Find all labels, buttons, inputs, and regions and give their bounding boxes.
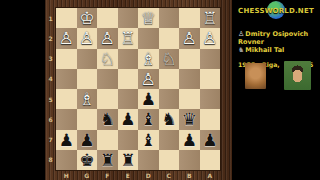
square-b6: ♛ (179, 109, 200, 129)
square-b5 (179, 89, 200, 109)
square-f3: ♘ (97, 49, 118, 69)
white-bishop: ♗ (79, 89, 94, 109)
square-e5 (118, 89, 139, 109)
square-g7: ♟ (77, 130, 98, 150)
rank-label-1: 1 (45, 8, 56, 28)
square-a8 (200, 150, 221, 170)
square-f1 (97, 8, 118, 28)
square-b3 (179, 49, 200, 69)
square-d2 (138, 28, 159, 48)
square-h8 (56, 150, 77, 170)
file-label-a: A (200, 170, 221, 180)
rank-label-4: 4 (45, 69, 56, 89)
site-logo: CHESSWORLD.NET (232, 7, 320, 15)
chess-board: ♔♕♖♙♙♙♖♙♙♘♗♘♙♗♟♞♟♝♞♛♟♟♝♟♟♚♜♜ (56, 8, 220, 170)
white-player-name-line1: Dmitry Osipovich (245, 30, 308, 38)
white-pawn-icon: ♙ (238, 30, 244, 38)
file-label-f: F (97, 170, 118, 180)
rank-label-3: 3 (45, 49, 56, 69)
square-h2: ♙ (56, 28, 77, 48)
square-e8: ♜ (118, 150, 139, 170)
square-c3: ♘ (159, 49, 180, 69)
square-b7: ♟ (179, 130, 200, 150)
rank-label-6: 6 (45, 109, 56, 129)
white-rook: ♖ (202, 8, 217, 28)
file-label-c: C (159, 170, 180, 180)
black-rook: ♜ (100, 150, 115, 170)
player-photos (232, 60, 320, 92)
square-g6 (77, 109, 98, 129)
black-king: ♚ (79, 150, 94, 170)
square-e3 (118, 49, 139, 69)
chess-board-frame: 12345678 ♔♕♖♙♙♙♖♙♙♘♗♘♙♗♟♞♟♝♞♛♟♟♝♟♟♚♜♜ HG… (45, 0, 232, 180)
square-c1 (159, 8, 180, 28)
white-king: ♔ (79, 8, 94, 28)
square-f6: ♞ (97, 109, 118, 129)
square-h4 (56, 69, 77, 89)
square-h6 (56, 109, 77, 129)
white-player-name-line2: Rovner (238, 38, 264, 46)
file-labels: HGFEDCBA (56, 170, 220, 180)
square-g4 (77, 69, 98, 89)
white-knight: ♘ (161, 49, 176, 69)
file-label-e: E (118, 170, 139, 180)
white-pawn: ♙ (182, 28, 197, 48)
square-f8: ♜ (97, 150, 118, 170)
square-b8 (179, 150, 200, 170)
square-d4: ♙ (138, 69, 159, 89)
file-label-b: B (179, 170, 200, 180)
square-d6: ♝ (138, 109, 159, 129)
square-a3 (200, 49, 221, 69)
square-e1 (118, 8, 139, 28)
square-c2 (159, 28, 180, 48)
square-h7: ♟ (56, 130, 77, 150)
white-player-photo (245, 63, 266, 89)
black-pawn: ♟ (79, 130, 94, 150)
white-queen: ♕ (141, 8, 156, 28)
file-label-g: G (77, 170, 98, 180)
square-e7 (118, 130, 139, 150)
square-a6 (200, 109, 221, 129)
black-pawn: ♟ (59, 130, 74, 150)
square-a2: ♙ (200, 28, 221, 48)
square-e2: ♖ (118, 28, 139, 48)
square-c6: ♞ (159, 109, 180, 129)
white-player-row: ♙Dmitry Osipovich (238, 30, 316, 38)
rank-label-8: 8 (45, 150, 56, 170)
black-player-photo (284, 61, 311, 90)
white-pawn: ♙ (79, 28, 94, 48)
black-bishop: ♝ (141, 109, 156, 129)
black-bishop: ♝ (141, 130, 156, 150)
black-player-name: Mikhail Tal (245, 46, 284, 54)
rank-label-5: 5 (45, 89, 56, 109)
square-d7: ♝ (138, 130, 159, 150)
white-pawn: ♙ (202, 28, 217, 48)
white-pawn: ♙ (141, 69, 156, 89)
square-b1 (179, 8, 200, 28)
white-pawn: ♙ (100, 28, 115, 48)
square-a4 (200, 69, 221, 89)
square-a7: ♟ (200, 130, 221, 150)
black-player-row: ♞Mikhail Tal (238, 46, 316, 54)
square-h3 (56, 49, 77, 69)
file-label-d: D (138, 170, 159, 180)
info-panel: CHESSWORLD.NET ♙Dmitry Osipovich Rovner … (232, 0, 320, 180)
square-d3: ♗ (138, 49, 159, 69)
rank-label-2: 2 (45, 28, 56, 48)
square-e6: ♟ (118, 109, 139, 129)
file-label-h: H (56, 170, 77, 180)
square-f2: ♙ (97, 28, 118, 48)
square-c4 (159, 69, 180, 89)
black-rook: ♜ (120, 150, 135, 170)
square-a5 (200, 89, 221, 109)
square-g1: ♔ (77, 8, 98, 28)
video-frame: 12345678 ♔♕♖♙♙♙♖♙♙♘♗♘♙♗♟♞♟♝♞♛♟♟♝♟♟♚♜♜ HG… (0, 0, 320, 180)
black-knight-icon: ♞ (238, 46, 244, 54)
white-rook: ♖ (120, 28, 135, 48)
black-knight: ♞ (100, 109, 115, 129)
black-pawn: ♟ (182, 130, 197, 150)
square-c5 (159, 89, 180, 109)
square-b4 (179, 69, 200, 89)
square-e4 (118, 69, 139, 89)
logo-row: CHESSWORLD.NET (232, 0, 320, 22)
square-c8 (159, 150, 180, 170)
square-g8: ♚ (77, 150, 98, 170)
square-d5: ♟ (138, 89, 159, 109)
black-queen: ♛ (182, 109, 197, 129)
black-pawn: ♟ (202, 130, 217, 150)
rank-label-7: 7 (45, 130, 56, 150)
square-d8 (138, 150, 159, 170)
square-f5 (97, 89, 118, 109)
square-b2: ♙ (179, 28, 200, 48)
square-f7 (97, 130, 118, 150)
square-h1 (56, 8, 77, 28)
white-knight: ♘ (100, 49, 115, 69)
white-pawn: ♙ (59, 28, 74, 48)
black-pawn: ♟ (141, 89, 156, 109)
rank-labels: 12345678 (45, 8, 56, 170)
square-g2: ♙ (77, 28, 98, 48)
black-knight: ♞ (161, 109, 176, 129)
square-g5: ♗ (77, 89, 98, 109)
square-f4 (97, 69, 118, 89)
white-player-row2: Rovner (238, 38, 316, 46)
square-c7 (159, 130, 180, 150)
square-a1: ♖ (200, 8, 221, 28)
white-bishop: ♗ (141, 49, 156, 69)
square-d1: ♕ (138, 8, 159, 28)
black-pawn: ♟ (120, 109, 135, 129)
square-h5 (56, 89, 77, 109)
square-g3 (77, 49, 98, 69)
